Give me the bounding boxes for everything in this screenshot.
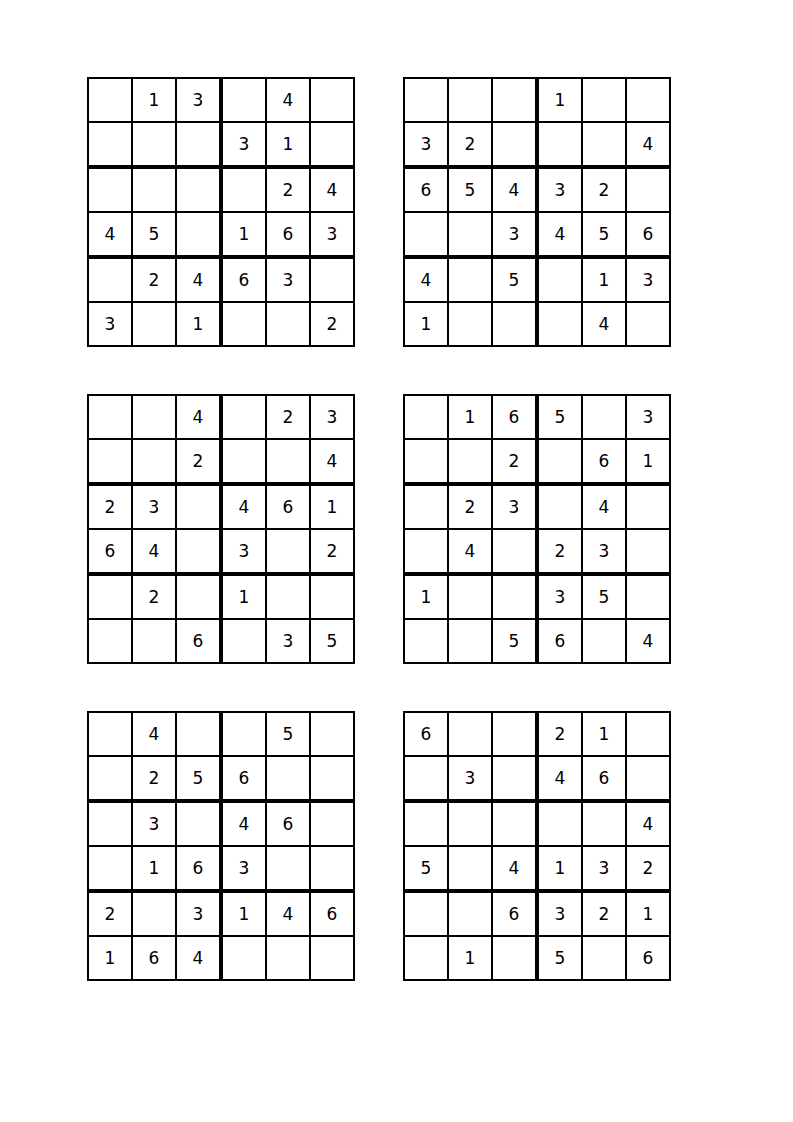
- cell-r1c3: [177, 713, 223, 757]
- cell-r1c4: [223, 79, 267, 123]
- cell-r4c5: [267, 530, 311, 576]
- cell-r1c4: [223, 396, 267, 440]
- cell-r1c6: [311, 79, 353, 123]
- given-digit-r2c6: 4: [627, 123, 669, 169]
- cell-r3c6: [627, 169, 669, 213]
- given-digit-r2c3: 2: [177, 440, 223, 486]
- given-digit-r4c6: 2: [311, 530, 353, 576]
- cell-r2c6: [311, 123, 353, 169]
- given-digit-r3c5: 4: [583, 486, 627, 530]
- cell-r6c4: [223, 303, 267, 345]
- given-digit-r5c3: 3: [177, 893, 223, 937]
- cell-r2c4: [539, 123, 583, 169]
- given-digit-r5c3: 6: [493, 893, 539, 937]
- given-digit-r4c5: 3: [583, 847, 627, 893]
- cell-r6c2: [449, 303, 493, 345]
- given-digit-r3c4: 4: [223, 803, 267, 847]
- cell-r1c3: [493, 713, 539, 757]
- cell-r1c5: [583, 79, 627, 123]
- cell-r4c2: [449, 847, 493, 893]
- cell-r5c4: [539, 259, 583, 303]
- cell-r6c5: [267, 937, 311, 979]
- given-digit-r1c1: 6: [405, 713, 449, 757]
- cell-r1c6: [627, 79, 669, 123]
- given-digit-r2c2: 2: [449, 123, 493, 169]
- cell-r2c3: [493, 757, 539, 803]
- given-digit-r5c6: 1: [627, 893, 669, 937]
- cell-r3c2: [133, 169, 177, 213]
- given-digit-r6c5: 3: [267, 620, 311, 662]
- cell-r3c6: [311, 803, 353, 847]
- cell-r5c3: [177, 576, 223, 620]
- cell-r1c5: [583, 396, 627, 440]
- cell-r4c6: [311, 847, 353, 893]
- cell-r2c4: [223, 440, 267, 486]
- cell-r3c1: [405, 803, 449, 847]
- cell-r1c6: [311, 713, 353, 757]
- given-digit-r1c4: 5: [539, 396, 583, 440]
- cell-r6c6: [627, 303, 669, 345]
- cell-r4c3: [177, 530, 223, 576]
- cell-r2c1: [405, 440, 449, 486]
- cell-r5c2: [133, 893, 177, 937]
- given-digit-r5c2: 2: [133, 576, 177, 620]
- given-digit-r5c3: 4: [177, 259, 223, 303]
- cell-r4c5: [267, 847, 311, 893]
- given-digit-r2c6: 1: [627, 440, 669, 486]
- cell-r2c2: [133, 123, 177, 169]
- cell-r3c2: [449, 803, 493, 847]
- given-digit-r4c3: 4: [493, 847, 539, 893]
- given-digit-r1c5: 4: [267, 79, 311, 123]
- cell-r4c6: [627, 530, 669, 576]
- cell-r2c5: [267, 440, 311, 486]
- given-digit-r2c5: 6: [583, 757, 627, 803]
- given-digit-r6c6: 6: [627, 937, 669, 979]
- cell-r3c3: [177, 486, 223, 530]
- cell-r2c2: [449, 440, 493, 486]
- cell-r2c1: [89, 757, 133, 803]
- cell-r2c6: [311, 757, 353, 803]
- given-digit-r5c3: 5: [493, 259, 539, 303]
- given-digit-r4c1: 5: [405, 847, 449, 893]
- cell-r6c4: [223, 620, 267, 662]
- given-digit-r2c3: 5: [177, 757, 223, 803]
- given-digit-r4c5: 6: [267, 213, 311, 259]
- given-digit-r4c2: 4: [449, 530, 493, 576]
- cell-r2c1: [405, 757, 449, 803]
- cell-r1c3: [493, 79, 539, 123]
- cell-r1c1: [89, 713, 133, 757]
- cell-r5c2: [449, 893, 493, 937]
- given-digit-r4c4: 3: [223, 847, 267, 893]
- given-digit-r6c1: 3: [89, 303, 133, 345]
- cell-r5c2: [449, 576, 493, 620]
- cell-r2c3: [493, 123, 539, 169]
- cell-r3c4: [539, 803, 583, 847]
- given-digit-r5c4: 1: [223, 576, 267, 620]
- cell-r3c3: [493, 803, 539, 847]
- given-digit-r4c2: 1: [133, 847, 177, 893]
- given-digit-r5c6: 6: [311, 893, 353, 937]
- given-digit-r1c3: 3: [177, 79, 223, 123]
- given-digit-r2c5: 1: [267, 123, 311, 169]
- given-digit-r1c2: 4: [133, 713, 177, 757]
- cell-r3c3: [177, 803, 223, 847]
- given-digit-r5c5: 2: [583, 893, 627, 937]
- cell-r3c1: [89, 803, 133, 847]
- given-digit-r3c2: 3: [133, 803, 177, 847]
- cell-r6c5: [583, 937, 627, 979]
- given-digit-r6c3: 4: [177, 937, 223, 979]
- given-digit-r2c4: 4: [539, 757, 583, 803]
- cell-r4c3: [177, 213, 223, 259]
- given-digit-r4c3: 6: [177, 847, 223, 893]
- given-digit-r4c6: 2: [627, 847, 669, 893]
- given-digit-r2c2: 2: [133, 757, 177, 803]
- cell-r6c1: [405, 620, 449, 662]
- cell-r4c2: [449, 213, 493, 259]
- given-digit-r5c4: 3: [539, 893, 583, 937]
- given-digit-r6c6: 2: [311, 303, 353, 345]
- cell-r6c4: [539, 303, 583, 345]
- cell-r6c2: [133, 303, 177, 345]
- cell-r5c2: [449, 259, 493, 303]
- sudoku-board-1: 1343124451632463312: [87, 77, 355, 347]
- given-digit-r4c4: 2: [539, 530, 583, 576]
- given-digit-r3c3: 4: [493, 169, 539, 213]
- given-digit-r3c5: 6: [267, 486, 311, 530]
- given-digit-r6c2: 6: [133, 937, 177, 979]
- cell-r2c6: [627, 757, 669, 803]
- given-digit-r1c3: 6: [493, 396, 539, 440]
- given-digit-r2c6: 4: [311, 440, 353, 486]
- given-digit-r6c4: 6: [539, 620, 583, 662]
- cell-r4c1: [405, 530, 449, 576]
- given-digit-r4c4: 1: [223, 213, 267, 259]
- given-digit-r3c1: 6: [405, 169, 449, 213]
- cell-r2c3: [177, 123, 223, 169]
- cell-r1c2: [449, 713, 493, 757]
- cell-r6c2: [133, 620, 177, 662]
- cell-r6c4: [223, 937, 267, 979]
- given-digit-r6c3: 1: [177, 303, 223, 345]
- given-digit-r3c2: 3: [133, 486, 177, 530]
- cell-r6c2: [449, 620, 493, 662]
- given-digit-r4c6: 6: [627, 213, 669, 259]
- cell-r4c1: [405, 213, 449, 259]
- given-digit-r4c2: 4: [133, 530, 177, 576]
- cell-r3c4: [539, 486, 583, 530]
- given-digit-r5c1: 2: [89, 893, 133, 937]
- given-digit-r4c4: 4: [539, 213, 583, 259]
- cell-r2c5: [267, 757, 311, 803]
- cell-r3c1: [405, 486, 449, 530]
- given-digit-r1c3: 4: [177, 396, 223, 440]
- given-digit-r5c5: 1: [583, 259, 627, 303]
- sudoku-worksheet-page: 1343124451632463312 1324654323456451314 …: [0, 0, 793, 1122]
- cell-r6c1: [89, 620, 133, 662]
- given-digit-r3c4: 3: [539, 169, 583, 213]
- given-digit-r6c6: 5: [311, 620, 353, 662]
- given-digit-r2c4: 3: [223, 123, 267, 169]
- cell-r1c2: [449, 79, 493, 123]
- cell-r1c1: [405, 79, 449, 123]
- given-digit-r6c3: 6: [177, 620, 223, 662]
- given-digit-r1c4: 2: [539, 713, 583, 757]
- cell-r6c1: [405, 937, 449, 979]
- given-digit-r2c5: 6: [583, 440, 627, 486]
- given-digit-r4c4: 1: [539, 847, 583, 893]
- given-digit-r1c2: 1: [133, 79, 177, 123]
- cell-r2c1: [89, 440, 133, 486]
- given-digit-r4c3: 3: [493, 213, 539, 259]
- cell-r6c6: [311, 937, 353, 979]
- given-digit-r4c5: 5: [583, 213, 627, 259]
- given-digit-r1c5: 2: [267, 396, 311, 440]
- given-digit-r5c5: 3: [267, 259, 311, 303]
- cell-r1c4: [223, 713, 267, 757]
- given-digit-r1c4: 1: [539, 79, 583, 123]
- cell-r2c5: [583, 123, 627, 169]
- given-digit-r3c5: 2: [267, 169, 311, 213]
- given-digit-r6c5: 4: [583, 303, 627, 345]
- cell-r2c4: [539, 440, 583, 486]
- cell-r1c1: [89, 79, 133, 123]
- given-digit-r6c4: 5: [539, 937, 583, 979]
- given-digit-r2c4: 6: [223, 757, 267, 803]
- sudoku-board-2: 1324654323456451314: [403, 77, 671, 347]
- given-digit-r5c5: 5: [583, 576, 627, 620]
- sudoku-board-4: 1653261234423135564: [403, 394, 671, 664]
- cell-r5c1: [89, 259, 133, 303]
- given-digit-r5c5: 4: [267, 893, 311, 937]
- cell-r5c6: [311, 259, 353, 303]
- given-digit-r2c1: 3: [405, 123, 449, 169]
- cell-r3c3: [177, 169, 223, 213]
- given-digit-r3c2: 2: [449, 486, 493, 530]
- given-digit-r6c6: 4: [627, 620, 669, 662]
- given-digit-r5c4: 1: [223, 893, 267, 937]
- sudoku-board-6: 6213464541326321156: [403, 711, 671, 981]
- given-digit-r1c5: 5: [267, 713, 311, 757]
- given-digit-r1c6: 3: [627, 396, 669, 440]
- cell-r2c1: [89, 123, 133, 169]
- sudoku-board-5: 4525634616323146164: [87, 711, 355, 981]
- given-digit-r2c2: 3: [449, 757, 493, 803]
- given-digit-r1c5: 1: [583, 713, 627, 757]
- given-digit-r2c3: 2: [493, 440, 539, 486]
- cell-r3c6: [627, 486, 669, 530]
- cell-r1c1: [89, 396, 133, 440]
- given-digit-r4c5: 3: [583, 530, 627, 576]
- given-digit-r5c1: 4: [405, 259, 449, 303]
- given-digit-r5c4: 6: [223, 259, 267, 303]
- given-digit-r3c5: 2: [583, 169, 627, 213]
- cell-r5c6: [311, 576, 353, 620]
- cell-r5c5: [267, 576, 311, 620]
- cell-r3c5: [583, 803, 627, 847]
- given-digit-r3c1: 2: [89, 486, 133, 530]
- given-digit-r1c2: 1: [449, 396, 493, 440]
- given-digit-r3c6: 4: [311, 169, 353, 213]
- given-digit-r3c2: 5: [449, 169, 493, 213]
- cell-r4c1: [89, 847, 133, 893]
- cell-r5c3: [493, 576, 539, 620]
- cell-r6c5: [583, 620, 627, 662]
- cell-r1c6: [627, 713, 669, 757]
- cell-r3c4: [223, 169, 267, 213]
- cell-r2c2: [133, 440, 177, 486]
- given-digit-r3c5: 6: [267, 803, 311, 847]
- given-digit-r4c6: 3: [311, 213, 353, 259]
- given-digit-r6c2: 1: [449, 937, 493, 979]
- given-digit-r5c1: 1: [405, 576, 449, 620]
- cell-r4c3: [493, 530, 539, 576]
- given-digit-r6c3: 5: [493, 620, 539, 662]
- given-digit-r5c6: 3: [627, 259, 669, 303]
- sudoku-board-3: 4232423461643221635: [87, 394, 355, 664]
- given-digit-r4c1: 6: [89, 530, 133, 576]
- cell-r6c3: [493, 937, 539, 979]
- given-digit-r4c4: 3: [223, 530, 267, 576]
- cell-r6c3: [493, 303, 539, 345]
- given-digit-r3c4: 4: [223, 486, 267, 530]
- given-digit-r5c4: 3: [539, 576, 583, 620]
- given-digit-r5c2: 2: [133, 259, 177, 303]
- cell-r5c6: [627, 576, 669, 620]
- given-digit-r4c1: 4: [89, 213, 133, 259]
- cell-r5c1: [405, 893, 449, 937]
- cell-r1c1: [405, 396, 449, 440]
- given-digit-r6c1: 1: [405, 303, 449, 345]
- cell-r1c2: [133, 396, 177, 440]
- given-digit-r4c2: 5: [133, 213, 177, 259]
- cell-r6c5: [267, 303, 311, 345]
- given-digit-r3c6: 1: [311, 486, 353, 530]
- given-digit-r6c1: 1: [89, 937, 133, 979]
- given-digit-r3c6: 4: [627, 803, 669, 847]
- cell-r3c1: [89, 169, 133, 213]
- cell-r5c1: [89, 576, 133, 620]
- given-digit-r1c6: 3: [311, 396, 353, 440]
- given-digit-r3c3: 3: [493, 486, 539, 530]
